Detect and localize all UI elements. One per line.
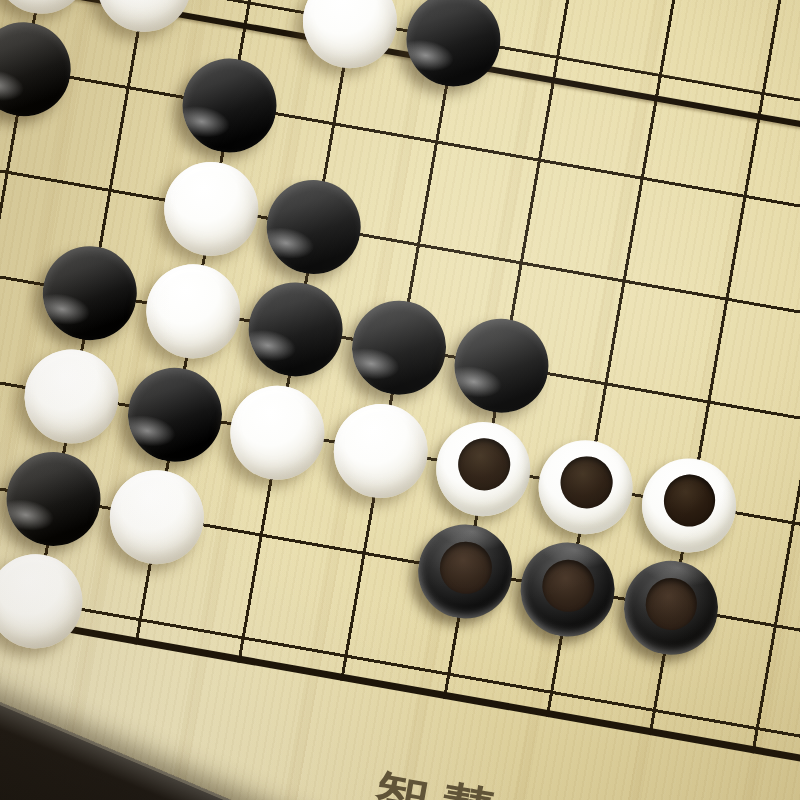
go-board: 智慧 — [0, 0, 800, 800]
go-board-photo: 智慧 — [0, 0, 800, 800]
